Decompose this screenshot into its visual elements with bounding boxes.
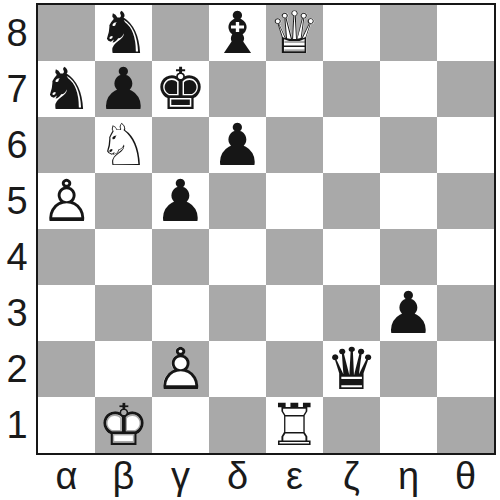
square-h1 [437,397,494,453]
square-g8 [380,5,437,61]
square-a3 [38,285,95,341]
square-b2 [95,341,152,397]
square-d8: ♝︎ [209,5,266,61]
square-e2 [266,341,323,397]
square-a7: ♞︎ [38,61,95,117]
rank-label-3: 3 [0,285,34,341]
square-a8 [38,5,95,61]
square-a2 [38,341,95,397]
square-g7 [380,61,437,117]
square-f1 [323,397,380,453]
square-f6 [323,117,380,173]
square-c5: ♟︎ [152,173,209,229]
square-d3 [209,285,266,341]
square-b5 [95,173,152,229]
square-b3 [95,285,152,341]
black-pawn-glyph: ♟︎ [209,117,266,173]
square-b1: ♚︎♔︎ [95,397,152,453]
square-d1 [209,397,266,453]
file-label-a: α [38,452,95,500]
rank-label-6: 6 [0,117,34,173]
white-pawn: ♟︎♙︎ [152,341,209,397]
black-pawn: ♟︎ [209,117,266,173]
square-f7 [323,61,380,117]
square-h3 [437,285,494,341]
black-pawn-glyph: ♟︎ [380,285,437,341]
rank-label-1: 1 [0,397,34,453]
square-f4 [323,229,380,285]
square-g3: ♟︎ [380,285,437,341]
white-pawn-outline: ♙︎ [152,341,209,397]
square-f5 [323,173,380,229]
white-rook: ♜︎♖︎ [266,397,323,453]
black-knight: ♞︎ [38,61,95,117]
black-knight-glyph: ♞︎ [38,61,95,117]
file-label-d: δ [209,452,266,500]
square-g1 [380,397,437,453]
square-d7 [209,61,266,117]
file-labels: αβγδεζηθ [38,452,494,500]
black-pawn: ♟︎ [380,285,437,341]
square-b6: ♞︎♘︎ [95,117,152,173]
square-g4 [380,229,437,285]
white-queen: ♛︎♕︎ [266,5,323,61]
chess-diagram-page: 87654321 ♞︎♝︎♛︎♕︎♞︎♟︎♚︎♞︎♘︎♟︎♟︎♙︎♟︎♟︎♟︎♙… [0,0,500,500]
black-bishop: ♝︎ [209,5,266,61]
square-b4 [95,229,152,285]
square-e6 [266,117,323,173]
square-h2 [437,341,494,397]
white-knight-outline: ♘︎ [95,117,152,173]
black-queen-glyph: ♛︎ [323,341,380,397]
black-pawn: ♟︎ [95,61,152,117]
black-bishop-glyph: ♝︎ [209,5,266,61]
square-d2 [209,341,266,397]
square-c2: ♟︎♙︎ [152,341,209,397]
rank-label-4: 4 [0,229,34,285]
square-c8 [152,5,209,61]
square-c4 [152,229,209,285]
square-d6: ♟︎ [209,117,266,173]
white-pawn: ♟︎♙︎ [38,173,95,229]
square-h4 [437,229,494,285]
square-a1 [38,397,95,453]
black-pawn: ♟︎ [152,173,209,229]
square-e5 [266,173,323,229]
file-label-e: ε [266,452,323,500]
file-label-b: β [95,452,152,500]
square-f3 [323,285,380,341]
white-king-outline: ♔︎ [95,397,152,453]
square-f2: ♛︎ [323,341,380,397]
file-label-g: η [380,452,437,500]
rank-label-8: 8 [0,5,34,61]
square-e3 [266,285,323,341]
square-c3 [152,285,209,341]
square-d4 [209,229,266,285]
file-label-f: ζ [323,452,380,500]
square-g2 [380,341,437,397]
square-e8: ♛︎♕︎ [266,5,323,61]
square-h5 [437,173,494,229]
white-king: ♚︎♔︎ [95,397,152,453]
square-c6 [152,117,209,173]
square-f8 [323,5,380,61]
square-h8 [437,5,494,61]
rank-labels: 87654321 [0,5,34,453]
square-c1 [152,397,209,453]
square-d5 [209,173,266,229]
black-knight: ♞︎ [95,5,152,61]
square-b7: ♟︎ [95,61,152,117]
black-pawn-glyph: ♟︎ [152,173,209,229]
rank-label-7: 7 [0,61,34,117]
file-label-c: γ [152,452,209,500]
square-e4 [266,229,323,285]
rank-label-2: 2 [0,341,34,397]
black-king-glyph: ♚︎ [152,61,209,117]
black-queen: ♛︎ [323,341,380,397]
square-b8: ♞︎ [95,5,152,61]
square-a4 [38,229,95,285]
square-e1: ♜︎♖︎ [266,397,323,453]
white-rook-outline: ♖︎ [266,397,323,453]
chess-board: ♞︎♝︎♛︎♕︎♞︎♟︎♚︎♞︎♘︎♟︎♟︎♙︎♟︎♟︎♟︎♙︎♛︎♚︎♔︎♜︎… [36,3,496,455]
square-g6 [380,117,437,173]
square-c7: ♚︎ [152,61,209,117]
square-a5: ♟︎♙︎ [38,173,95,229]
rank-label-5: 5 [0,173,34,229]
square-g5 [380,173,437,229]
white-queen-outline: ♕︎ [266,5,323,61]
square-h7 [437,61,494,117]
square-h6 [437,117,494,173]
file-label-h: θ [437,452,494,500]
black-knight-glyph: ♞︎ [95,5,152,61]
white-knight: ♞︎♘︎ [95,117,152,173]
square-e7 [266,61,323,117]
square-a6 [38,117,95,173]
black-king: ♚︎ [152,61,209,117]
white-pawn-outline: ♙︎ [38,173,95,229]
black-pawn-glyph: ♟︎ [95,61,152,117]
